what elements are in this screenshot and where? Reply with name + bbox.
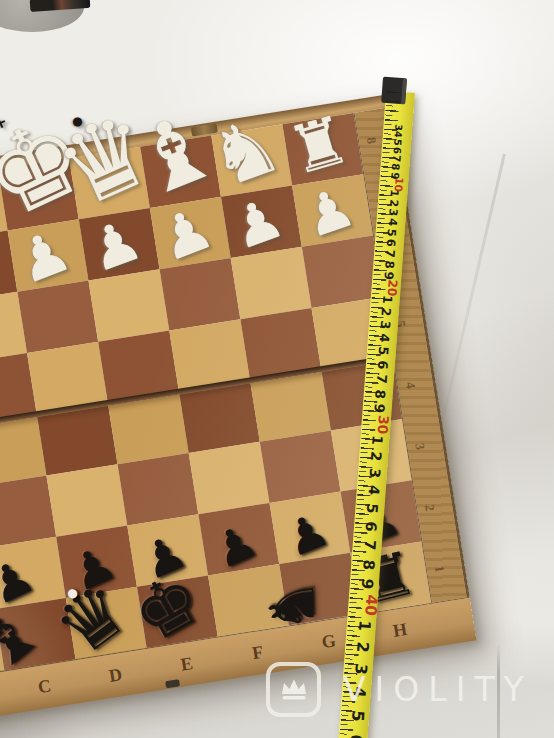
tape-number: 8 [372,389,389,400]
square-e6 [88,269,169,341]
photo-scene: ♜♞♝♚+♛●♝♞♜♟♟♟♟♟♟♟♟♟♟♟♟♟♟♝♛●♚♞♜ 87654321 … [0,0,554,738]
square-g6 [230,247,311,319]
watermark-text: VIOLITY [343,670,533,709]
tape-number: 4 [392,131,403,139]
tape-number: 6 [391,146,402,154]
tape-number: 2 [378,307,394,317]
tape-number: 9 [358,578,377,590]
tape-number: 4 [365,484,382,495]
tape-number: 4 [386,218,400,227]
tape-number: 8 [359,559,378,571]
square-f2 [198,503,279,575]
square-h8 [282,113,363,185]
tape-number: 7 [391,154,402,162]
square-g2 [269,492,350,564]
file-label-c: C [7,671,81,703]
tape-number: 8 [382,260,397,269]
tape-number: 6 [362,520,380,531]
tape-number: 2 [353,641,373,653]
square-d3 [46,464,127,536]
square-h7 [292,174,373,246]
square-d8 [0,158,78,230]
tape-number: 1 [369,434,386,445]
tape-number: 6 [346,733,366,738]
tape-number: 2 [368,451,385,462]
square-d1 [66,587,147,659]
square-d7 [7,219,88,291]
square-f3 [188,442,269,515]
tape-number: 5 [376,346,392,356]
square-e2 [127,514,208,586]
square-f7 [150,197,231,269]
rank-label-8: 8 [363,136,380,145]
rank-label-4: 4 [401,381,418,390]
square-c2 [0,537,66,609]
square-d6 [17,281,98,353]
tape-number: 7 [383,249,398,258]
tape-number: 7 [374,374,390,384]
tape-number: 6 [384,239,399,248]
tape-number: 6 [375,360,391,370]
crown-icon [279,677,309,703]
tape-number: 8 [390,163,402,171]
square-d2 [56,525,137,597]
tape-number: 30 [375,414,392,434]
tape-number: 2 [387,199,401,208]
square-f8 [140,136,221,208]
tape-number: 9 [371,403,388,414]
tape-number: 5 [364,502,382,513]
square-g8 [211,124,292,196]
square-g3 [260,430,341,502]
tape-number: 40 [361,594,381,617]
watermark: VIOLITY [266,662,533,717]
square-e1 [137,575,218,648]
file-label-d: D [78,660,152,692]
square-g7 [221,185,302,257]
tape-number: 7 [361,540,380,552]
tape-number: 1 [380,295,395,305]
square-e8 [69,147,150,219]
tape-number: 1 [388,190,402,198]
tape-number: 20 [385,279,400,297]
square-c1 [0,598,75,671]
square-e3 [117,453,198,525]
tape-number: 3 [386,208,400,217]
rank-label-3: 3 [411,442,428,451]
tape-number: 5 [384,228,399,237]
watermark-logo [266,662,321,717]
tape-number: 5 [392,139,403,147]
rank-label-1: 1 [430,565,447,574]
tape-number: 1 [355,619,374,631]
square-f1 [208,564,289,636]
file-label-e: E [150,648,224,680]
tape-hook-icon [381,77,407,105]
square-e7 [78,208,159,280]
tape-number: 3 [378,320,394,330]
tape-number: 3 [367,467,384,478]
square-f6 [159,258,240,330]
rank-label-2: 2 [421,504,438,513]
tape-number: 4 [377,333,393,343]
